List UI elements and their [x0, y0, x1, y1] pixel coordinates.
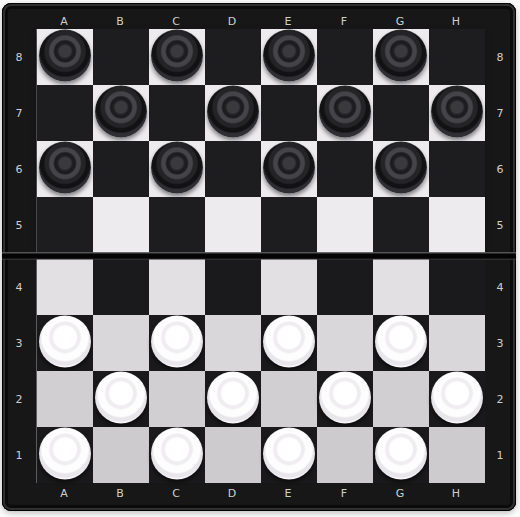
- white-checker-piece-G1[interactable]: [375, 427, 427, 479]
- square-A8[interactable]: [37, 29, 93, 85]
- square-E3[interactable]: [261, 315, 317, 371]
- square-A7[interactable]: [37, 85, 93, 141]
- square-H2[interactable]: [429, 371, 485, 427]
- square-E5[interactable]: [261, 197, 317, 253]
- board-bottom-half: [37, 259, 484, 483]
- square-F1[interactable]: [317, 427, 373, 483]
- board-top-half: [37, 29, 484, 253]
- fold-hinge-seam: [2, 252, 516, 260]
- square-E7[interactable]: [261, 85, 317, 141]
- square-F5[interactable]: [317, 197, 373, 253]
- black-checker-piece-A6[interactable]: [39, 141, 91, 193]
- rank-label-4: 4: [484, 259, 516, 315]
- square-B6[interactable]: [93, 141, 149, 197]
- black-checker-piece-D7[interactable]: [207, 85, 259, 137]
- square-D5[interactable]: [205, 197, 261, 253]
- rank-label-3: 3: [484, 315, 516, 371]
- square-H4[interactable]: [429, 259, 485, 315]
- square-E1[interactable]: [261, 427, 317, 483]
- square-G7[interactable]: [373, 85, 429, 141]
- rank-label-1: 1: [2, 427, 36, 483]
- file-label-B: B: [116, 487, 124, 500]
- square-E2[interactable]: [261, 371, 317, 427]
- rank-label-6: 6: [484, 141, 516, 197]
- square-H5[interactable]: [429, 197, 485, 253]
- file-label-D: D: [228, 487, 236, 500]
- file-label-A: A: [60, 487, 68, 500]
- white-checker-piece-E3[interactable]: [263, 315, 315, 367]
- square-C7[interactable]: [149, 85, 205, 141]
- board-frame: ABCDEFGH 87654321 87654321 ABCDEFGH: [2, 3, 516, 511]
- square-A2[interactable]: [37, 371, 93, 427]
- file-label-E: E: [285, 15, 292, 28]
- square-E8[interactable]: [261, 29, 317, 85]
- rank-label-2: 2: [2, 371, 36, 427]
- black-checker-piece-A8[interactable]: [39, 29, 91, 81]
- file-label-C: C: [172, 487, 180, 500]
- file-label-A: A: [60, 15, 68, 28]
- square-H6[interactable]: [429, 141, 485, 197]
- square-H1[interactable]: [429, 427, 485, 483]
- square-C2[interactable]: [149, 371, 205, 427]
- square-G8[interactable]: [373, 29, 429, 85]
- black-checker-piece-F7[interactable]: [319, 85, 371, 137]
- square-G6[interactable]: [373, 141, 429, 197]
- black-checker-piece-B7[interactable]: [95, 85, 147, 137]
- file-label-D: D: [228, 15, 236, 28]
- square-D2[interactable]: [205, 371, 261, 427]
- square-C5[interactable]: [149, 197, 205, 253]
- square-A3[interactable]: [37, 315, 93, 371]
- square-E4[interactable]: [261, 259, 317, 315]
- file-label-F: F: [341, 487, 347, 500]
- square-D4[interactable]: [205, 259, 261, 315]
- file-label-G: G: [396, 487, 405, 500]
- black-checker-piece-H7[interactable]: [431, 85, 483, 137]
- white-checker-piece-A1[interactable]: [39, 427, 91, 479]
- white-checker-piece-G3[interactable]: [375, 315, 427, 367]
- rank-label-1: 1: [484, 427, 516, 483]
- white-checker-piece-A3[interactable]: [39, 315, 91, 367]
- rank-label-6: 6: [2, 141, 36, 197]
- square-D1[interactable]: [205, 427, 261, 483]
- file-labels-top: ABCDEFGH: [36, 3, 484, 29]
- square-B1[interactable]: [93, 427, 149, 483]
- file-label-H: H: [452, 15, 460, 28]
- square-H8[interactable]: [429, 29, 485, 85]
- square-A6[interactable]: [37, 141, 93, 197]
- square-B5[interactable]: [93, 197, 149, 253]
- square-B3[interactable]: [93, 315, 149, 371]
- product-photo-background: ABCDEFGH 87654321 87654321 ABCDEFGH: [0, 0, 520, 517]
- square-G2[interactable]: [373, 371, 429, 427]
- rank-label-5: 5: [2, 197, 36, 253]
- square-C6[interactable]: [149, 141, 205, 197]
- black-checker-piece-C6[interactable]: [151, 141, 203, 193]
- rank-label-8: 8: [484, 29, 516, 85]
- square-F4[interactable]: [317, 259, 373, 315]
- square-F6[interactable]: [317, 141, 373, 197]
- file-label-F: F: [341, 15, 347, 28]
- rank-label-5: 5: [484, 197, 516, 253]
- square-A5[interactable]: [37, 197, 93, 253]
- rank-label-2: 2: [484, 371, 516, 427]
- rank-label-7: 7: [2, 85, 36, 141]
- file-label-G: G: [396, 15, 405, 28]
- square-E6[interactable]: [261, 141, 317, 197]
- square-F2[interactable]: [317, 371, 373, 427]
- black-checker-piece-G6[interactable]: [375, 141, 427, 193]
- file-label-C: C: [172, 15, 180, 28]
- square-B4[interactable]: [93, 259, 149, 315]
- square-A4[interactable]: [37, 259, 93, 315]
- rank-label-3: 3: [2, 315, 36, 371]
- black-checker-piece-G8[interactable]: [375, 29, 427, 81]
- rank-label-8: 8: [2, 29, 36, 85]
- black-checker-piece-C8[interactable]: [151, 29, 203, 81]
- square-C3[interactable]: [149, 315, 205, 371]
- white-checker-piece-F2[interactable]: [319, 371, 371, 423]
- square-H3[interactable]: [429, 315, 485, 371]
- white-checker-piece-C3[interactable]: [151, 315, 203, 367]
- white-checker-piece-C1[interactable]: [151, 427, 203, 479]
- black-checker-piece-E6[interactable]: [263, 141, 315, 193]
- square-A1[interactable]: [37, 427, 93, 483]
- white-checker-piece-H2[interactable]: [431, 371, 483, 423]
- square-F8[interactable]: [317, 29, 373, 85]
- square-D8[interactable]: [205, 29, 261, 85]
- square-B7[interactable]: [93, 85, 149, 141]
- file-label-H: H: [452, 487, 460, 500]
- file-label-E: E: [285, 487, 292, 500]
- rank-label-4: 4: [2, 259, 36, 315]
- file-label-B: B: [116, 15, 124, 28]
- square-C1[interactable]: [149, 427, 205, 483]
- square-B8[interactable]: [93, 29, 149, 85]
- square-D3[interactable]: [205, 315, 261, 371]
- white-checker-piece-B2[interactable]: [95, 371, 147, 423]
- white-checker-piece-E1[interactable]: [263, 427, 315, 479]
- square-G3[interactable]: [373, 315, 429, 371]
- square-G4[interactable]: [373, 259, 429, 315]
- rank-label-7: 7: [484, 85, 516, 141]
- file-labels-bottom: ABCDEFGH: [36, 483, 484, 511]
- white-checker-piece-D2[interactable]: [207, 371, 259, 423]
- square-G1[interactable]: [373, 427, 429, 483]
- square-H7[interactable]: [429, 85, 485, 141]
- square-F3[interactable]: [317, 315, 373, 371]
- square-C8[interactable]: [149, 29, 205, 85]
- square-D6[interactable]: [205, 141, 261, 197]
- square-G5[interactable]: [373, 197, 429, 253]
- square-F7[interactable]: [317, 85, 373, 141]
- square-D7[interactable]: [205, 85, 261, 141]
- black-checker-piece-E8[interactable]: [263, 29, 315, 81]
- square-B2[interactable]: [93, 371, 149, 427]
- square-C4[interactable]: [149, 259, 205, 315]
